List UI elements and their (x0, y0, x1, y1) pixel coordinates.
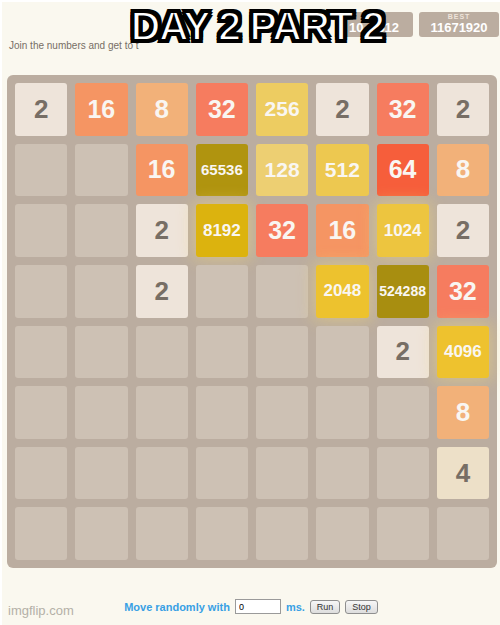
tile-8-r2c8: 8 (437, 144, 489, 197)
tile-8-r1c3: 8 (136, 83, 188, 136)
empty-cell-r6c1 (15, 386, 67, 439)
tile-16-r3c6: 16 (316, 204, 368, 257)
tile-16-r1c2: 16 (75, 83, 127, 136)
empty-cell-r8c2 (75, 507, 127, 560)
tile-2-r5c7: 2 (377, 326, 429, 379)
tile-32-r1c4: 32 (196, 83, 248, 136)
empty-cell-r8c7 (377, 507, 429, 560)
stop-button[interactable]: Stop (345, 600, 378, 614)
move-randomly-label: Move randomly with (124, 601, 230, 613)
empty-cell-r8c3 (136, 507, 188, 560)
tile-2-r1c8: 2 (437, 83, 489, 136)
tile-524288-r4c7: 524288 (377, 265, 429, 318)
empty-cell-r8c5 (256, 507, 308, 560)
tile-2-r1c6: 2 (316, 83, 368, 136)
tile-65536-r2c4: 65536 (196, 144, 248, 197)
tile-32-r4c8: 32 (437, 265, 489, 318)
empty-cell-r5c4 (196, 326, 248, 379)
tile-1024-r3c7: 1024 (377, 204, 429, 257)
tile-128-r2c5: 128 (256, 144, 308, 197)
empty-cell-r4c5 (256, 265, 308, 318)
empty-cell-r3c2 (75, 204, 127, 257)
empty-cell-r6c3 (136, 386, 188, 439)
tile-8192-r3c4: 8192 (196, 204, 248, 257)
game-board: 2168322562322166553612851264828192321610… (7, 75, 497, 568)
run-button[interactable]: Run (310, 600, 341, 614)
empty-cell-r6c5 (256, 386, 308, 439)
tile-32-r1c7: 32 (377, 83, 429, 136)
ms-label: ms. (286, 601, 305, 613)
tile-512-r2c6: 512 (316, 144, 368, 197)
best-value: 11671920 (430, 21, 487, 34)
delay-input[interactable] (235, 599, 281, 614)
empty-cell-r4c2 (75, 265, 127, 318)
empty-cell-r7c1 (15, 447, 67, 500)
empty-cell-r7c3 (136, 447, 188, 500)
empty-cell-r7c2 (75, 447, 127, 500)
tile-2-r3c3: 2 (136, 204, 188, 257)
best-score-box: BEST 11671920 (419, 12, 499, 37)
game-page: Join the numbers and get to t 10 512 BES… (0, 0, 500, 625)
auto-move-controls: Move randomly with ms. Run Stop (2, 599, 500, 614)
empty-cell-r3c1 (15, 204, 67, 257)
empty-cell-r8c1 (15, 507, 67, 560)
tile-4096-r5c8: 4096 (437, 326, 489, 379)
imgflip-watermark: imgflip.com (8, 603, 74, 618)
tile-8-r6c8: 8 (437, 386, 489, 439)
empty-cell-r7c7 (377, 447, 429, 500)
empty-cell-r8c6 (316, 507, 368, 560)
tile-32-r3c5: 32 (256, 204, 308, 257)
empty-cell-r2c1 (15, 144, 67, 197)
empty-cell-r5c6 (316, 326, 368, 379)
empty-cell-r4c1 (15, 265, 67, 318)
empty-cell-r7c6 (316, 447, 368, 500)
empty-cell-r6c7 (377, 386, 429, 439)
tile-2048-r4c6: 2048 (316, 265, 368, 318)
empty-cell-r6c4 (196, 386, 248, 439)
empty-cell-r6c2 (75, 386, 127, 439)
tile-2-r3c8: 2 (437, 204, 489, 257)
tile-2-r1c1: 2 (15, 83, 67, 136)
empty-cell-r8c8 (437, 507, 489, 560)
empty-cell-r4c4 (196, 265, 248, 318)
empty-cell-r7c5 (256, 447, 308, 500)
tile-2-r4c3: 2 (136, 265, 188, 318)
empty-cell-r6c6 (316, 386, 368, 439)
empty-cell-r8c4 (196, 507, 248, 560)
empty-cell-r7c4 (196, 447, 248, 500)
empty-cell-r5c3 (136, 326, 188, 379)
tile-256-r1c5: 256 (256, 83, 308, 136)
empty-cell-r2c2 (75, 144, 127, 197)
tile-64-r2c7: 64 (377, 144, 429, 197)
empty-cell-r5c2 (75, 326, 127, 379)
empty-cell-r5c1 (15, 326, 67, 379)
meme-caption: DAY 2 PART 2 (107, 2, 407, 50)
tile-4-r7c8: 4 (437, 447, 489, 500)
empty-cell-r5c5 (256, 326, 308, 379)
tile-16-r2c3: 16 (136, 144, 188, 197)
